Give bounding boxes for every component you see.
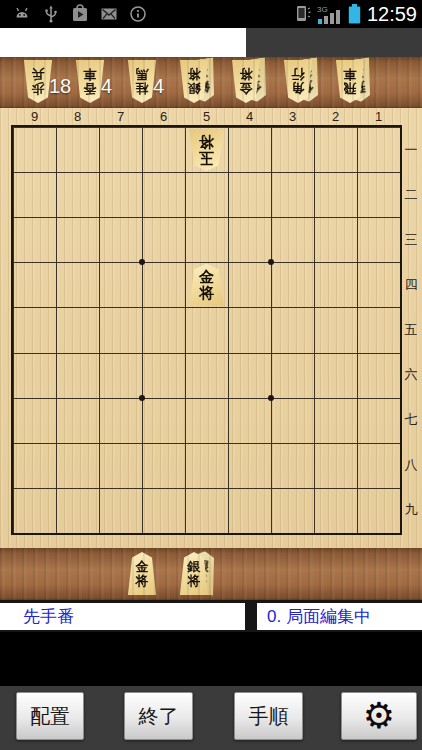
vibrate-icon	[293, 3, 311, 25]
piece-kanji: 将	[240, 68, 253, 82]
battery-icon	[347, 3, 362, 25]
status-row: 先手番 0. 局面編集中	[0, 600, 422, 632]
piece-kanji: 将	[246, 66, 261, 82]
shogi-piece-銀将[interactable]: 銀将	[179, 552, 209, 595]
piece-kanji: 車	[350, 66, 365, 82]
file-label: 1	[357, 108, 400, 126]
rank-label: 七	[401, 398, 421, 443]
piece-count-label: 4	[153, 75, 164, 97]
piece-kanji: 将	[199, 134, 214, 150]
signal-3g-icon: 3G	[316, 3, 342, 25]
piece-kanji: 馬	[136, 68, 149, 82]
piece-kanji: 兵	[32, 68, 45, 82]
shogi-piece-金将[interactable]: 金将	[188, 264, 225, 306]
piece-count-label: 18	[49, 75, 71, 97]
piece-kanji: 将	[136, 574, 149, 588]
rank-label: 二	[401, 172, 421, 217]
star-point	[268, 259, 274, 265]
star-point	[268, 395, 274, 401]
piece-kanji: 金	[240, 82, 253, 96]
shogi-piece-飛車[interactable]: 飛車	[340, 57, 376, 104]
file-label: 3	[271, 108, 314, 126]
piece-kanji: 銀	[188, 82, 201, 96]
info-icon	[128, 4, 148, 24]
shogi-piece-玉将[interactable]: 玉将	[188, 129, 225, 171]
shogi-piece-飛車[interactable]: 飛車	[335, 60, 365, 103]
title-input-field[interactable]	[0, 28, 246, 57]
rank-label: 六	[401, 353, 421, 398]
piece-kanji: 金	[136, 560, 149, 574]
star-point	[139, 395, 145, 401]
moves-button[interactable]: 手順	[234, 692, 303, 740]
file-label: 5	[185, 108, 228, 126]
gmail-icon	[99, 4, 119, 24]
exit-button[interactable]: 終了	[124, 692, 193, 740]
rank-label: 九	[401, 488, 421, 533]
rank-label: 四	[401, 262, 421, 307]
file-labels: 987654321	[13, 108, 400, 126]
placement-button[interactable]: 配置	[16, 692, 84, 740]
piece-kanji: 角	[292, 82, 305, 96]
gear-icon: ⚙	[363, 698, 395, 734]
file-label: 8	[56, 108, 99, 126]
piece-kanji: 桂	[136, 82, 149, 96]
rank-label: 八	[401, 443, 421, 488]
shogi-piece-金将[interactable]: 金将	[231, 60, 261, 103]
top-tray[interactable]: 歩兵18香車4桂馬4銀将銀将金将金将角行角行飛車飛車	[0, 57, 422, 108]
piece-kanji: 金	[248, 80, 263, 96]
app-screen: 3G 12:59 歩兵18香車4桂馬4銀将銀将金将金将角行角行飛車飛車 9876…	[0, 0, 422, 750]
piece-kanji: 歩	[32, 82, 45, 96]
status-icons-right: 3G 12:59	[293, 2, 417, 26]
shogi-piece-金将[interactable]: 金将	[236, 57, 272, 104]
clock: 12:59	[367, 2, 417, 26]
piece-kanji: 飛	[352, 80, 367, 96]
piece-kanji: 銀	[196, 80, 211, 96]
shogi-piece-香車[interactable]: 香車	[75, 60, 105, 103]
shogi-board[interactable]: 玉将金将	[13, 127, 400, 533]
piece-kanji: 将	[194, 66, 209, 82]
rank-label: 五	[401, 307, 421, 352]
piece-kanji: 飛	[344, 82, 357, 96]
file-label: 4	[228, 108, 271, 126]
turn-indicator: 先手番	[0, 603, 245, 630]
shogi-piece-金将[interactable]: 金将	[127, 552, 157, 595]
android-icon	[12, 4, 32, 24]
shogi-piece-銀将[interactable]: 銀将	[184, 549, 220, 596]
piece-kanji: 銀	[196, 558, 211, 574]
bottom-tray[interactable]: 金将銀将銀将	[0, 548, 422, 600]
piece-kanji: 玉	[199, 150, 214, 166]
piece-kanji: 将	[188, 574, 201, 588]
status-icons-left	[12, 4, 148, 24]
rank-label: 一	[401, 127, 421, 172]
file-label: 2	[314, 108, 357, 126]
shogi-piece-角行[interactable]: 角行	[283, 60, 313, 103]
piece-kanji: 角	[300, 80, 315, 96]
rank-label: 三	[401, 217, 421, 262]
file-label: 6	[142, 108, 185, 126]
star-point	[139, 259, 145, 265]
piece-kanji: 将	[199, 285, 214, 301]
title-bar	[0, 28, 422, 57]
mode-indicator: 0. 局面編集中	[257, 603, 422, 630]
shogi-piece-桂馬[interactable]: 桂馬	[127, 60, 157, 103]
shogi-piece-歩兵[interactable]: 歩兵	[23, 60, 53, 103]
file-label: 7	[99, 108, 142, 126]
play-store-icon	[70, 4, 90, 24]
settings-button[interactable]: ⚙	[341, 692, 417, 740]
rank-labels: 一二三四五六七八九	[401, 127, 421, 533]
shogi-piece-銀将[interactable]: 銀将	[179, 60, 209, 103]
network-type-label: 3G	[317, 5, 328, 14]
shogi-piece-銀将[interactable]: 銀将	[184, 57, 220, 104]
piece-kanji: 将	[194, 572, 209, 588]
usb-icon	[41, 4, 61, 24]
piece-kanji: 車	[344, 68, 357, 82]
piece-kanji: 銀	[188, 560, 201, 574]
piece-kanji: 将	[188, 68, 201, 82]
piece-count-label: 4	[101, 75, 112, 97]
piece-kanji: 香	[84, 82, 97, 96]
piece-kanji: 行	[292, 68, 305, 82]
piece-kanji: 行	[298, 66, 313, 82]
shogi-piece-角行[interactable]: 角行	[288, 57, 324, 104]
file-label: 9	[13, 108, 56, 126]
piece-kanji: 車	[84, 68, 97, 82]
piece-kanji: 金	[199, 269, 214, 285]
android-status-bar: 3G 12:59	[0, 0, 422, 28]
